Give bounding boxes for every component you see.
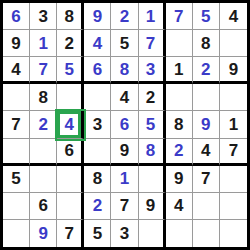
cell-r7c7[interactable]: 9: [166, 166, 193, 193]
cell-r4c1[interactable]: [3, 84, 30, 111]
cell-r3c3[interactable]: 5: [57, 57, 84, 84]
cell-r4c5[interactable]: 4: [111, 84, 138, 111]
cell-r9c9[interactable]: [220, 220, 247, 247]
cell-r2c8[interactable]: 8: [193, 30, 220, 57]
cell-r5c8[interactable]: 9: [193, 111, 220, 138]
cell-r4c3[interactable]: [57, 84, 84, 111]
cell-r3c6[interactable]: 3: [139, 57, 166, 84]
cell-r4c7[interactable]: [166, 84, 193, 111]
cell-r3c9[interactable]: 9: [220, 57, 247, 84]
cell-r7c8[interactable]: 7: [193, 166, 220, 193]
cell-r6c9[interactable]: 7: [220, 139, 247, 166]
cell-r9c1[interactable]: [3, 220, 30, 247]
cell-r1c2[interactable]: 3: [30, 3, 57, 30]
cell-r3c5[interactable]: 8: [111, 57, 138, 84]
cell-r9c2[interactable]: 9: [30, 220, 57, 247]
cell-r8c6[interactable]: 9: [139, 193, 166, 220]
cell-r1c5[interactable]: 2: [111, 3, 138, 30]
cell-r8c5[interactable]: 7: [111, 193, 138, 220]
cell-r6c5[interactable]: 9: [111, 139, 138, 166]
cell-r9c6[interactable]: [139, 220, 166, 247]
cell-r7c6[interactable]: [139, 166, 166, 193]
cell-r6c3[interactable]: 6: [57, 139, 84, 166]
cell-r8c8[interactable]: [193, 193, 220, 220]
cell-r3c7[interactable]: 1: [166, 57, 193, 84]
cell-r6c8[interactable]: 4: [193, 139, 220, 166]
cell-r1c8[interactable]: 5: [193, 3, 220, 30]
cell-r8c2[interactable]: 6: [30, 193, 57, 220]
cell-r4c4[interactable]: [84, 84, 111, 111]
cell-r4c8[interactable]: [193, 84, 220, 111]
cell-r9c3[interactable]: 7: [57, 220, 84, 247]
cell-r7c1[interactable]: 5: [3, 166, 30, 193]
cell-r8c7[interactable]: 4: [166, 193, 193, 220]
cell-r5c5[interactable]: 6: [111, 111, 138, 138]
cell-r5c6[interactable]: 5: [139, 111, 166, 138]
cell-r6c2[interactable]: [30, 139, 57, 166]
cell-r6c4[interactable]: [84, 139, 111, 166]
cell-r1c9[interactable]: 4: [220, 3, 247, 30]
cell-r6c1[interactable]: [3, 139, 30, 166]
cell-r2c4[interactable]: 4: [84, 30, 111, 57]
cell-r9c7[interactable]: [166, 220, 193, 247]
cell-r3c4[interactable]: 6: [84, 57, 111, 84]
cell-r2c1[interactable]: 9: [3, 30, 30, 57]
cell-r5c9[interactable]: 1: [220, 111, 247, 138]
cell-r2c3[interactable]: 2: [57, 30, 84, 57]
cell-r6c7[interactable]: 2: [166, 139, 193, 166]
cell-r2c5[interactable]: 5: [111, 30, 138, 57]
cell-r8c1[interactable]: [3, 193, 30, 220]
cell-r9c5[interactable]: 3: [111, 220, 138, 247]
cell-r6c6[interactable]: 8: [139, 139, 166, 166]
cell-r2c9[interactable]: [220, 30, 247, 57]
cell-r4c9[interactable]: [220, 84, 247, 111]
cell-r2c2[interactable]: 1: [30, 30, 57, 57]
cell-r9c4[interactable]: 5: [84, 220, 111, 247]
cell-r5c3[interactable]: 4: [57, 111, 84, 138]
cell-r5c4[interactable]: 3: [84, 111, 111, 138]
cell-r7c2[interactable]: [30, 166, 57, 193]
cell-r1c7[interactable]: 7: [166, 3, 193, 30]
cell-r8c9[interactable]: [220, 193, 247, 220]
cell-r7c3[interactable]: [57, 166, 84, 193]
sudoku-board: 6389217549124578475683129842724365891698…: [0, 0, 250, 250]
cell-r3c1[interactable]: 4: [3, 57, 30, 84]
cell-r5c1[interactable]: 7: [3, 111, 30, 138]
cell-r7c4[interactable]: 8: [84, 166, 111, 193]
cell-r1c6[interactable]: 1: [139, 3, 166, 30]
cell-r2c6[interactable]: 7: [139, 30, 166, 57]
cell-r3c2[interactable]: 7: [30, 57, 57, 84]
cell-r8c3[interactable]: [57, 193, 84, 220]
cell-r7c5[interactable]: 1: [111, 166, 138, 193]
cell-r1c4[interactable]: 9: [84, 3, 111, 30]
cell-r5c2[interactable]: 2: [30, 111, 57, 138]
cell-r4c2[interactable]: 8: [30, 84, 57, 111]
cell-r1c1[interactable]: 6: [3, 3, 30, 30]
cell-r3c8[interactable]: 2: [193, 57, 220, 84]
cell-r8c4[interactable]: 2: [84, 193, 111, 220]
cell-r4c6[interactable]: 2: [139, 84, 166, 111]
cell-r7c9[interactable]: [220, 166, 247, 193]
cell-r5c7[interactable]: 8: [166, 111, 193, 138]
cell-r2c7[interactable]: [166, 30, 193, 57]
cell-r9c8[interactable]: [193, 220, 220, 247]
cell-r1c3[interactable]: 8: [57, 3, 84, 30]
